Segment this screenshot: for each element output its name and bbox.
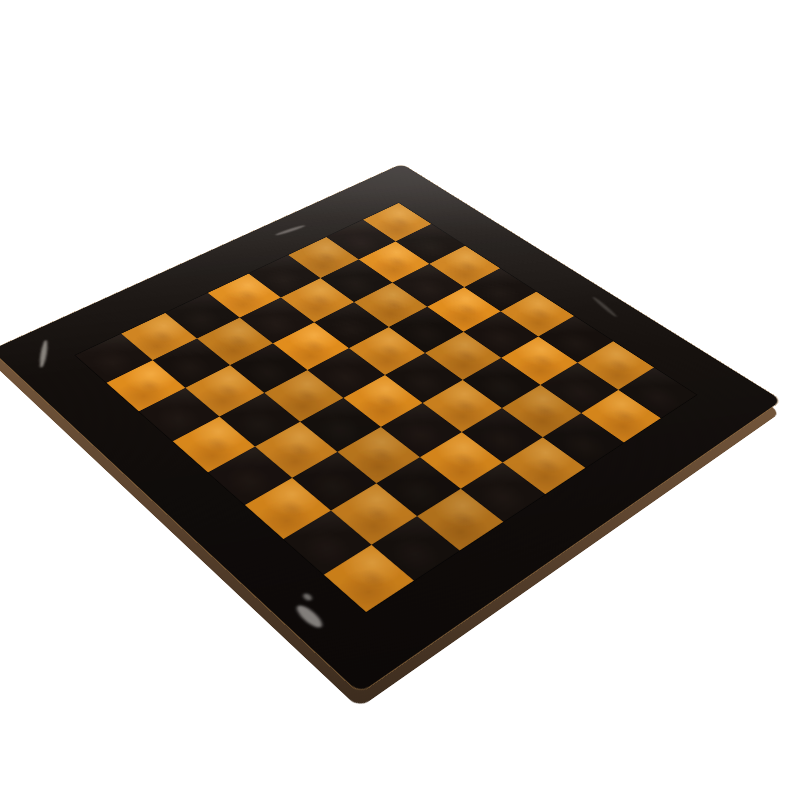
square-h1 bbox=[324, 545, 414, 612]
chess-board bbox=[0, 164, 782, 693]
square-f4 bbox=[381, 403, 462, 457]
square-c1 bbox=[139, 388, 220, 441]
square-e4 bbox=[343, 375, 422, 427]
square-g3 bbox=[376, 457, 460, 516]
board-grid bbox=[75, 203, 696, 612]
square-f3 bbox=[337, 427, 420, 483]
square-h6 bbox=[543, 413, 624, 468]
square-g1 bbox=[283, 511, 371, 575]
square-d1 bbox=[173, 417, 255, 473]
square-d3 bbox=[264, 370, 343, 422]
marble-vein bbox=[591, 296, 618, 317]
square-f5 bbox=[423, 380, 502, 432]
square-g5 bbox=[462, 408, 543, 462]
square-f1 bbox=[245, 478, 331, 539]
marble-vein bbox=[38, 340, 49, 368]
square-g6 bbox=[502, 385, 581, 437]
square-h7 bbox=[581, 390, 661, 443]
square-h4 bbox=[461, 462, 545, 521]
square-g2 bbox=[331, 483, 417, 544]
square-b1 bbox=[106, 360, 185, 411]
square-e2 bbox=[255, 422, 337, 478]
square-h3 bbox=[417, 489, 503, 551]
square-f2 bbox=[292, 452, 376, 511]
marble-vein bbox=[301, 592, 313, 602]
square-c2 bbox=[185, 365, 264, 416]
marble-vein bbox=[275, 224, 306, 236]
square-d2 bbox=[219, 393, 300, 447]
square-h5 bbox=[503, 437, 586, 494]
square-h2 bbox=[371, 516, 459, 580]
square-e1 bbox=[208, 447, 292, 505]
photo-background bbox=[0, 0, 800, 800]
square-g4 bbox=[420, 432, 503, 489]
square-e3 bbox=[300, 398, 381, 452]
marble-vein bbox=[293, 603, 326, 631]
